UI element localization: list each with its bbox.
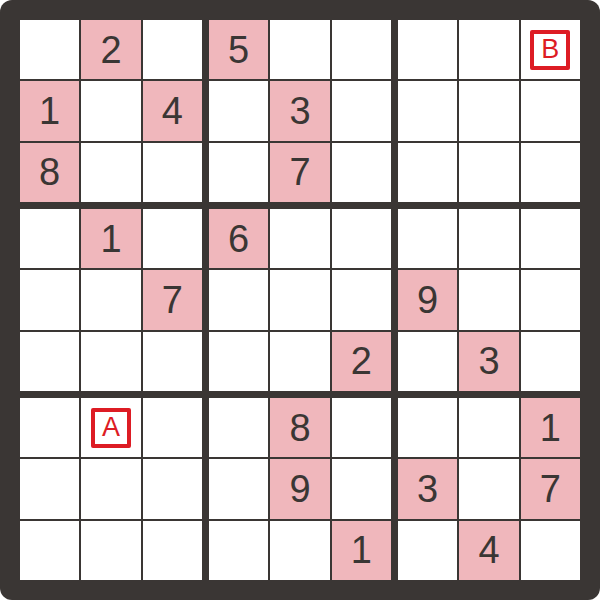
sudoku-box-1: 2148 xyxy=(20,20,202,202)
cell-r8c8[interactable] xyxy=(459,459,518,518)
cell-r9c8: 4 xyxy=(459,521,518,580)
cell-r1c8[interactable] xyxy=(459,20,518,79)
sudoku-box-2: 537 xyxy=(209,20,391,202)
cell-r7c8[interactable] xyxy=(459,398,518,457)
cell-r3c8[interactable] xyxy=(459,143,518,202)
cell-r2c7[interactable] xyxy=(398,81,457,140)
cell-r5c1[interactable] xyxy=(20,270,79,329)
cell-r4c5[interactable] xyxy=(270,209,329,268)
cell-r3c5: 7 xyxy=(270,143,329,202)
cell-r6c2[interactable] xyxy=(81,332,140,391)
sudoku-box-8: 891 xyxy=(209,398,391,580)
sudoku-board: 2148537B176293A8911374 xyxy=(0,0,600,600)
given-digit: 1 xyxy=(39,92,60,130)
cell-r6c5[interactable] xyxy=(270,332,329,391)
cell-r2c4[interactable] xyxy=(209,81,268,140)
cell-r5c4[interactable] xyxy=(209,270,268,329)
cell-r1c7[interactable] xyxy=(398,20,457,79)
sudoku-box-7: A xyxy=(20,398,202,580)
cell-r5c2[interactable] xyxy=(81,270,140,329)
cell-r9c4[interactable] xyxy=(209,521,268,580)
given-digit: 1 xyxy=(540,409,561,447)
cell-r7c5: 8 xyxy=(270,398,329,457)
cell-r5c8[interactable] xyxy=(459,270,518,329)
cell-r8c5: 9 xyxy=(270,459,329,518)
given-digit: 7 xyxy=(289,153,310,191)
cell-r6c9[interactable] xyxy=(521,332,580,391)
cell-r5c6[interactable] xyxy=(332,270,391,329)
cell-r4c7[interactable] xyxy=(398,209,457,268)
marker-box-a[interactable]: A xyxy=(91,408,131,448)
cell-r5c7: 9 xyxy=(398,270,457,329)
cell-r3c2[interactable] xyxy=(81,143,140,202)
sudoku-box-9: 1374 xyxy=(398,398,580,580)
given-digit: 8 xyxy=(39,153,60,191)
cell-r7c7[interactable] xyxy=(398,398,457,457)
cell-r7c3[interactable] xyxy=(143,398,202,457)
cell-r9c2[interactable] xyxy=(81,521,140,580)
cell-r7c1[interactable] xyxy=(20,398,79,457)
cell-r1c5[interactable] xyxy=(270,20,329,79)
cell-r5c3: 7 xyxy=(143,270,202,329)
cell-r2c5: 3 xyxy=(270,81,329,140)
given-digit: 2 xyxy=(100,31,121,69)
given-digit: 9 xyxy=(289,470,310,508)
cell-r9c3[interactable] xyxy=(143,521,202,580)
cell-r8c9: 7 xyxy=(521,459,580,518)
cell-r2c3: 4 xyxy=(143,81,202,140)
cell-r7c9: 1 xyxy=(521,398,580,457)
cell-r1c6[interactable] xyxy=(332,20,391,79)
cell-r9c6: 1 xyxy=(332,521,391,580)
sudoku-box-5: 62 xyxy=(209,209,391,391)
given-digit: 1 xyxy=(100,220,121,258)
given-digit: 3 xyxy=(289,92,310,130)
cell-r8c3[interactable] xyxy=(143,459,202,518)
given-digit: 7 xyxy=(540,470,561,508)
cell-r8c1[interactable] xyxy=(20,459,79,518)
sudoku-box-4: 17 xyxy=(20,209,202,391)
cell-r6c7[interactable] xyxy=(398,332,457,391)
cell-r5c5[interactable] xyxy=(270,270,329,329)
cell-r4c2: 1 xyxy=(81,209,140,268)
cell-r4c4: 6 xyxy=(209,209,268,268)
cell-r3c3[interactable] xyxy=(143,143,202,202)
cell-r8c2[interactable] xyxy=(81,459,140,518)
cell-r4c8[interactable] xyxy=(459,209,518,268)
given-digit: 5 xyxy=(228,31,249,69)
cell-r6c3[interactable] xyxy=(143,332,202,391)
cell-r2c1: 1 xyxy=(20,81,79,140)
cell-r8c4[interactable] xyxy=(209,459,268,518)
cell-r7c6[interactable] xyxy=(332,398,391,457)
cell-r6c1[interactable] xyxy=(20,332,79,391)
cell-r9c7[interactable] xyxy=(398,521,457,580)
cell-r2c9[interactable] xyxy=(521,81,580,140)
cell-r3c9[interactable] xyxy=(521,143,580,202)
given-digit: 7 xyxy=(162,281,183,319)
cell-r8c6[interactable] xyxy=(332,459,391,518)
cell-r1c3[interactable] xyxy=(143,20,202,79)
sudoku-box-3: B xyxy=(398,20,580,202)
given-digit: 8 xyxy=(289,409,310,447)
cell-r6c8: 3 xyxy=(459,332,518,391)
given-digit: 1 xyxy=(351,531,372,569)
cell-r1c9[interactable]: B xyxy=(521,20,580,79)
given-digit: 3 xyxy=(478,342,499,380)
cell-r3c7[interactable] xyxy=(398,143,457,202)
given-digit: 6 xyxy=(228,220,249,258)
sudoku-grid: 2148537B176293A8911374 xyxy=(20,20,580,580)
cell-r4c6[interactable] xyxy=(332,209,391,268)
cell-r4c3[interactable] xyxy=(143,209,202,268)
cell-r6c4[interactable] xyxy=(209,332,268,391)
cell-r9c1[interactable] xyxy=(20,521,79,580)
given-digit: 3 xyxy=(417,470,438,508)
marker-label-a: A xyxy=(102,414,120,441)
cell-r3c1: 8 xyxy=(20,143,79,202)
cell-r1c2: 2 xyxy=(81,20,140,79)
cell-r3c6[interactable] xyxy=(332,143,391,202)
cell-r6c6: 2 xyxy=(332,332,391,391)
cell-r4c1[interactable] xyxy=(20,209,79,268)
cell-r9c9[interactable] xyxy=(521,521,580,580)
cell-r9c5[interactable] xyxy=(270,521,329,580)
cell-r3c4[interactable] xyxy=(209,143,268,202)
cell-r1c4: 5 xyxy=(209,20,268,79)
sudoku-box-6: 93 xyxy=(398,209,580,391)
cell-r4c9[interactable] xyxy=(521,209,580,268)
cell-r2c8[interactable] xyxy=(459,81,518,140)
given-digit: 9 xyxy=(417,281,438,319)
given-digit: 4 xyxy=(478,531,499,569)
cell-r8c7: 3 xyxy=(398,459,457,518)
given-digit: 4 xyxy=(162,92,183,130)
marker-box-b[interactable]: B xyxy=(530,30,570,70)
cell-r7c2[interactable]: A xyxy=(81,398,140,457)
cell-r1c1[interactable] xyxy=(20,20,79,79)
cell-r2c2[interactable] xyxy=(81,81,140,140)
cell-r7c4[interactable] xyxy=(209,398,268,457)
given-digit: 2 xyxy=(351,342,372,380)
cell-r5c9[interactable] xyxy=(521,270,580,329)
cell-r2c6[interactable] xyxy=(332,81,391,140)
marker-label-b: B xyxy=(541,36,559,63)
